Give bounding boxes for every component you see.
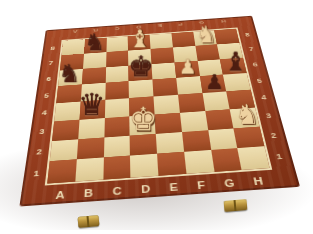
square-f6: ♟ — [174, 61, 199, 78]
square-a3 — [52, 120, 79, 141]
square-e1 — [157, 152, 186, 176]
chess-board-photo: ABCDEFGH ABCDEFGH 12345678 12345678 ♞♝♞♞… — [0, 0, 313, 234]
square-f3 — [180, 111, 208, 132]
file-label-far-C: C — [115, 26, 120, 31]
square-b2 — [77, 137, 104, 159]
square-f4 — [178, 93, 205, 113]
piece-white-pawn-f6: ♟ — [179, 58, 197, 78]
square-c5 — [105, 81, 129, 100]
square-c2 — [103, 135, 130, 157]
rank-label-left-6: 6 — [46, 75, 52, 82]
file-label-far-H: H — [220, 19, 226, 24]
rank-label-left-8: 8 — [50, 46, 55, 52]
chess-board: ABCDEFGH ABCDEFGH 12345678 12345678 ♞♝♞♞… — [19, 16, 300, 207]
square-f7 — [173, 46, 197, 62]
piece-white-knight-g8: ♞ — [196, 22, 217, 45]
squares-grid: ♞♝♞♞♚♟♝♟♛♚♞ — [47, 29, 269, 184]
square-f1 — [184, 150, 214, 174]
file-label-C: C — [112, 185, 121, 197]
square-d4 — [129, 96, 154, 116]
square-c3 — [104, 116, 130, 137]
rank-label-right-6: 6 — [252, 61, 258, 68]
square-d7 — [128, 49, 151, 66]
file-label-far-F: F — [178, 22, 183, 27]
file-label-far-E: E — [157, 23, 162, 28]
square-c4 — [104, 98, 129, 118]
square-a2 — [50, 139, 78, 161]
rank-label-left-4: 4 — [41, 109, 47, 117]
square-h3: ♞ — [230, 107, 260, 128]
piece-black-pawn-g5: ♟ — [205, 72, 224, 93]
file-label-G: G — [223, 177, 235, 189]
square-a6: ♞ — [58, 69, 83, 87]
square-d8: ♝ — [128, 35, 150, 51]
square-f5 — [176, 76, 202, 94]
file-label-F: F — [197, 179, 206, 191]
rank-label-right-3: 3 — [265, 112, 272, 120]
square-a7 — [60, 54, 84, 71]
piece-black-knight-b8: ♞ — [84, 30, 105, 53]
square-e5 — [152, 78, 177, 96]
square-c1 — [103, 156, 131, 180]
square-b5 — [81, 83, 106, 102]
square-h2 — [234, 126, 265, 148]
square-d3: ♚ — [129, 114, 155, 135]
piece-white-knight-h3: ♞ — [234, 101, 259, 128]
square-e7 — [150, 47, 174, 63]
square-h6: ♝ — [220, 57, 247, 74]
file-label-far-G: G — [199, 20, 205, 25]
square-g7 — [195, 44, 220, 60]
rank-label-right-7: 7 — [248, 46, 254, 52]
square-a1 — [47, 160, 76, 184]
brass-hinge-right — [224, 199, 248, 212]
square-d1 — [130, 154, 158, 178]
square-a5 — [56, 85, 81, 104]
square-b7 — [83, 52, 106, 69]
square-e6 — [151, 62, 176, 79]
square-g4 — [202, 91, 230, 110]
rank-label-right-1: 1 — [275, 152, 283, 161]
square-d6: ♚ — [129, 64, 153, 81]
rank-label-left-5: 5 — [44, 92, 50, 99]
square-e4 — [153, 95, 179, 115]
square-h5 — [223, 73, 251, 91]
square-e2 — [156, 132, 184, 154]
square-g5: ♟ — [200, 75, 227, 93]
rank-label-left-1: 1 — [33, 169, 40, 178]
rank-label-left-3: 3 — [39, 128, 45, 136]
square-a4 — [54, 102, 80, 122]
square-b6 — [82, 67, 106, 85]
brass-hinge-left — [78, 215, 100, 228]
square-e3 — [155, 113, 182, 134]
square-g1 — [211, 148, 242, 172]
square-e8 — [150, 33, 173, 49]
square-h4 — [226, 90, 255, 109]
rank-label-right-4: 4 — [260, 94, 267, 101]
rank-label-right-8: 8 — [244, 32, 250, 38]
file-label-H: H — [252, 175, 264, 187]
square-d5 — [129, 80, 154, 99]
square-g2 — [208, 128, 238, 150]
rank-label-right-5: 5 — [256, 77, 263, 84]
file-label-far-D: D — [136, 25, 141, 30]
file-label-E: E — [169, 181, 178, 193]
square-b3 — [78, 118, 104, 139]
square-c7 — [106, 50, 129, 67]
rank-label-left-7: 7 — [48, 60, 53, 66]
square-h1 — [238, 146, 270, 170]
file-label-B: B — [84, 187, 94, 199]
file-label-far-A: A — [72, 29, 77, 34]
square-f2 — [182, 130, 211, 152]
rank-label-left-2: 2 — [36, 147, 42, 156]
rank-label-right-2: 2 — [270, 131, 277, 140]
square-g6 — [197, 59, 223, 76]
file-label-far-B: B — [94, 28, 99, 33]
square-b1 — [75, 158, 103, 182]
file-label-D: D — [141, 183, 151, 195]
square-h7 — [217, 43, 243, 59]
playing-area: ♞♝♞♞♚♟♝♟♛♚♞ — [45, 28, 272, 186]
square-b4: ♛ — [79, 100, 105, 120]
square-g3 — [205, 109, 234, 130]
square-d2 — [130, 133, 157, 155]
file-label-A: A — [55, 189, 65, 201]
square-a8 — [62, 39, 85, 55]
square-c6 — [105, 65, 129, 83]
